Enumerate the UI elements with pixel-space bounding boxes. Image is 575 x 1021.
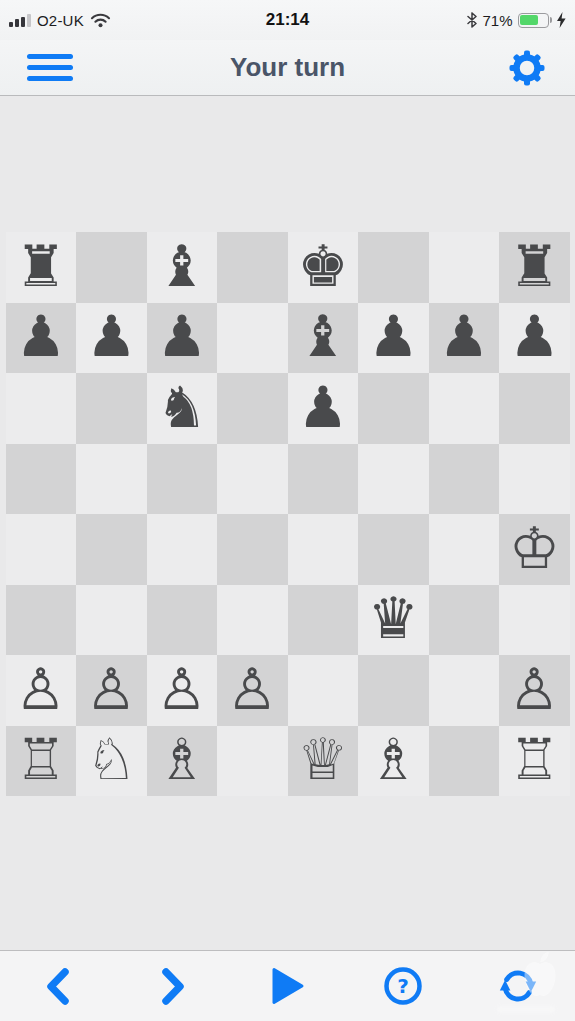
black-king: ♚ — [297, 238, 348, 295]
square-a3[interactable] — [6, 585, 77, 656]
square-g6[interactable] — [429, 373, 500, 444]
square-h7[interactable]: ♟ — [499, 303, 570, 374]
square-b6[interactable] — [76, 373, 147, 444]
square-a7[interactable]: ♟ — [6, 303, 77, 374]
battery-icon — [518, 13, 553, 28]
square-a4[interactable] — [6, 514, 77, 585]
forward-move-button[interactable] — [115, 951, 230, 1021]
black-pawn: ♟ — [438, 308, 489, 365]
square-h4[interactable]: ♔ — [499, 514, 570, 585]
black-bishop: ♝ — [156, 238, 207, 295]
page-title: Your turn — [0, 52, 575, 83]
black-queen: ♛ — [368, 590, 419, 647]
square-e5[interactable] — [288, 444, 359, 515]
square-a8[interactable]: ♜ — [6, 232, 77, 303]
square-c8[interactable]: ♝ — [147, 232, 218, 303]
square-f7[interactable]: ♟ — [358, 303, 429, 374]
square-d1[interactable] — [217, 726, 288, 797]
square-e8[interactable]: ♚ — [288, 232, 359, 303]
black-bishop: ♝ — [297, 308, 348, 365]
gear-icon[interactable] — [507, 48, 547, 88]
square-f3[interactable]: ♛ — [358, 585, 429, 656]
square-c1[interactable]: ♗ — [147, 726, 218, 797]
square-a5[interactable] — [6, 444, 77, 515]
white-pawn: ♙ — [509, 661, 560, 718]
white-pawn: ♙ — [86, 661, 137, 718]
square-c4[interactable] — [147, 514, 218, 585]
square-e7[interactable]: ♝ — [288, 303, 359, 374]
white-king: ♔ — [509, 520, 560, 577]
square-g4[interactable] — [429, 514, 500, 585]
black-rook: ♜ — [509, 238, 560, 295]
cellular-signal-icon — [9, 14, 31, 27]
white-queen: ♕ — [297, 731, 348, 788]
square-d2[interactable]: ♙ — [217, 655, 288, 726]
square-e4[interactable] — [288, 514, 359, 585]
square-g5[interactable] — [429, 444, 500, 515]
play-button[interactable] — [230, 951, 345, 1021]
white-pawn: ♙ — [15, 661, 66, 718]
white-rook: ♖ — [15, 731, 66, 788]
black-pawn: ♟ — [509, 308, 560, 365]
square-e6[interactable]: ♟ — [288, 373, 359, 444]
square-f2[interactable] — [358, 655, 429, 726]
square-f4[interactable] — [358, 514, 429, 585]
square-b3[interactable] — [76, 585, 147, 656]
square-h6[interactable] — [499, 373, 570, 444]
board-area: ♜♝♚♜♟♟♟♝♟♟♟♞♟♔♛♙♙♙♙♙♖♘♗♕♗♖ — [0, 96, 575, 950]
white-pawn: ♙ — [156, 661, 207, 718]
white-bishop: ♗ — [368, 731, 419, 788]
square-d3[interactable] — [217, 585, 288, 656]
black-pawn: ♟ — [368, 308, 419, 365]
square-h1[interactable]: ♖ — [499, 726, 570, 797]
black-pawn: ♟ — [156, 308, 207, 365]
black-pawn: ♟ — [297, 379, 348, 436]
square-e1[interactable]: ♕ — [288, 726, 359, 797]
square-b5[interactable] — [76, 444, 147, 515]
black-pawn: ♟ — [86, 308, 137, 365]
white-knight: ♘ — [86, 731, 137, 788]
question-mark-glyph: ? — [397, 974, 409, 998]
bluetooth-icon — [467, 12, 477, 28]
square-d7[interactable] — [217, 303, 288, 374]
square-f8[interactable] — [358, 232, 429, 303]
square-h8[interactable]: ♜ — [499, 232, 570, 303]
square-c3[interactable] — [147, 585, 218, 656]
black-knight: ♞ — [156, 379, 207, 436]
square-b8[interactable] — [76, 232, 147, 303]
square-b7[interactable]: ♟ — [76, 303, 147, 374]
square-f5[interactable] — [358, 444, 429, 515]
wifi-icon — [90, 12, 111, 28]
black-rook: ♜ — [15, 238, 66, 295]
square-a1[interactable]: ♖ — [6, 726, 77, 797]
white-rook: ♖ — [509, 731, 560, 788]
white-bishop: ♗ — [156, 731, 207, 788]
square-e2[interactable] — [288, 655, 359, 726]
square-d4[interactable] — [217, 514, 288, 585]
sync-arrows-icon — [496, 964, 540, 1008]
back-move-button[interactable] — [0, 951, 115, 1021]
status-bar: O2-UK 21:14 71% — [0, 0, 575, 40]
app-screen: O2-UK 21:14 71% — [0, 0, 575, 1021]
square-c7[interactable]: ♟ — [147, 303, 218, 374]
square-g1[interactable] — [429, 726, 500, 797]
square-g7[interactable]: ♟ — [429, 303, 500, 374]
square-h5[interactable] — [499, 444, 570, 515]
square-h3[interactable] — [499, 585, 570, 656]
play-icon — [271, 967, 305, 1005]
square-c6[interactable]: ♞ — [147, 373, 218, 444]
square-a2[interactable]: ♙ — [6, 655, 77, 726]
square-g3[interactable] — [429, 585, 500, 656]
square-e3[interactable] — [288, 585, 359, 656]
chess-board: ♜♝♚♜♟♟♟♝♟♟♟♞♟♔♛♙♙♙♙♙♖♘♗♕♗♖ — [6, 232, 570, 796]
hamburger-menu-icon[interactable] — [27, 54, 73, 82]
chevron-left-icon — [44, 967, 72, 1006]
square-f1[interactable]: ♗ — [358, 726, 429, 797]
chevron-right-icon — [159, 967, 187, 1006]
white-pawn: ♙ — [227, 661, 278, 718]
square-c2[interactable]: ♙ — [147, 655, 218, 726]
square-h2[interactable]: ♙ — [499, 655, 570, 726]
bottom-toolbar: ? — [0, 950, 575, 1021]
square-b1[interactable]: ♘ — [76, 726, 147, 797]
square-g2[interactable] — [429, 655, 500, 726]
square-g8[interactable] — [429, 232, 500, 303]
square-b2[interactable]: ♙ — [76, 655, 147, 726]
nav-bar: Your turn — [0, 40, 575, 96]
black-pawn: ♟ — [15, 308, 66, 365]
square-d6[interactable] — [217, 373, 288, 444]
square-d5[interactable] — [217, 444, 288, 515]
carrier-label: O2-UK — [37, 12, 84, 29]
square-a6[interactable] — [6, 373, 77, 444]
lightning-bolt-icon — [557, 12, 566, 28]
question-mark-circle-icon: ? — [382, 965, 424, 1007]
refresh-button[interactable] — [460, 951, 575, 1021]
square-f6[interactable] — [358, 373, 429, 444]
square-c5[interactable] — [147, 444, 218, 515]
square-b4[interactable] — [76, 514, 147, 585]
help-button[interactable]: ? — [345, 951, 460, 1021]
battery-percent-label: 71% — [482, 12, 512, 29]
square-d8[interactable] — [217, 232, 288, 303]
